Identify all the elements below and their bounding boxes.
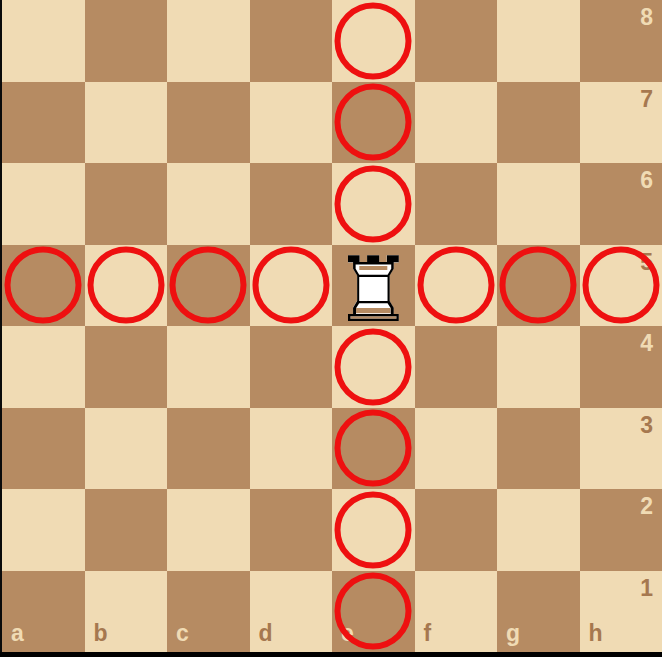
file-label-a: a	[11, 622, 24, 645]
square-a8[interactable]	[2, 0, 85, 82]
file-label-d: d	[259, 622, 273, 645]
square-h5[interactable]: 5	[580, 245, 662, 327]
square-d5[interactable]	[250, 245, 333, 327]
square-h7[interactable]: 7	[580, 82, 662, 164]
square-a3[interactable]	[2, 408, 85, 490]
square-f6[interactable]	[415, 163, 498, 245]
rank-label-4: 4	[640, 332, 653, 355]
square-g5[interactable]	[497, 245, 580, 327]
square-g4[interactable]	[497, 326, 580, 408]
square-e5[interactable]: ♜♖	[332, 245, 415, 327]
square-c5[interactable]	[167, 245, 250, 327]
square-d3[interactable]	[250, 408, 333, 490]
white-rook-piece[interactable]: ♜♖	[332, 245, 415, 327]
move-highlight-circle-e8	[335, 2, 412, 79]
square-b6[interactable]	[85, 163, 168, 245]
square-g1[interactable]: g	[497, 571, 580, 653]
square-h6[interactable]: 6	[580, 163, 662, 245]
square-f1[interactable]: f	[415, 571, 498, 653]
square-d7[interactable]	[250, 82, 333, 164]
square-f8[interactable]	[415, 0, 498, 82]
file-label-f: f	[424, 622, 432, 645]
move-highlight-circle-b5	[87, 247, 164, 324]
square-d1[interactable]: d	[250, 571, 333, 653]
square-c7[interactable]	[167, 82, 250, 164]
move-highlight-circle-e6	[335, 165, 412, 242]
square-e3[interactable]	[332, 408, 415, 490]
square-a1[interactable]: a	[2, 571, 85, 653]
square-f7[interactable]	[415, 82, 498, 164]
square-a2[interactable]	[2, 489, 85, 571]
square-b3[interactable]	[85, 408, 168, 490]
square-c6[interactable]	[167, 163, 250, 245]
square-g7[interactable]	[497, 82, 580, 164]
square-d4[interactable]	[250, 326, 333, 408]
rank-label-3: 3	[640, 414, 653, 437]
square-e7[interactable]	[332, 82, 415, 164]
square-b2[interactable]	[85, 489, 168, 571]
square-f3[interactable]	[415, 408, 498, 490]
move-highlight-circle-c5	[170, 247, 247, 324]
move-highlight-circle-h5	[582, 247, 659, 324]
rank-label-2: 2	[640, 495, 653, 518]
file-label-c: c	[176, 622, 189, 645]
square-a6[interactable]	[2, 163, 85, 245]
square-g3[interactable]	[497, 408, 580, 490]
rank-label-6: 6	[640, 169, 653, 192]
square-d8[interactable]	[250, 0, 333, 82]
move-highlight-circle-e1	[335, 573, 412, 650]
move-highlight-circle-e7	[335, 84, 412, 161]
square-d2[interactable]	[250, 489, 333, 571]
chess-board: 876♜♖5432abcdefgh1	[2, 0, 662, 652]
rank-label-7: 7	[640, 88, 653, 111]
square-f4[interactable]	[415, 326, 498, 408]
square-c2[interactable]	[167, 489, 250, 571]
rank-label-1: 1	[640, 577, 653, 600]
square-c8[interactable]	[167, 0, 250, 82]
square-f2[interactable]	[415, 489, 498, 571]
square-h2[interactable]: 2	[580, 489, 662, 571]
move-highlight-circle-g5	[500, 247, 577, 324]
square-h3[interactable]: 3	[580, 408, 662, 490]
square-b5[interactable]	[85, 245, 168, 327]
file-label-g: g	[506, 622, 520, 645]
square-e6[interactable]	[332, 163, 415, 245]
rank-label-8: 8	[640, 6, 653, 29]
square-c3[interactable]	[167, 408, 250, 490]
move-highlight-circle-e2	[335, 491, 412, 568]
move-highlight-circle-a5	[5, 247, 82, 324]
white-rook-glyph-outline: ♖	[333, 245, 414, 335]
square-b1[interactable]: b	[85, 571, 168, 653]
square-e2[interactable]	[332, 489, 415, 571]
square-d6[interactable]	[250, 163, 333, 245]
square-b4[interactable]	[85, 326, 168, 408]
bottom-edge	[0, 652, 662, 657]
square-c1[interactable]: c	[167, 571, 250, 653]
square-g2[interactable]	[497, 489, 580, 571]
square-g8[interactable]	[497, 0, 580, 82]
move-highlight-circle-e3	[335, 410, 412, 487]
square-b8[interactable]	[85, 0, 168, 82]
file-label-b: b	[94, 622, 108, 645]
square-b7[interactable]	[85, 82, 168, 164]
square-a4[interactable]	[2, 326, 85, 408]
move-highlight-circle-d5	[252, 247, 329, 324]
square-f5[interactable]	[415, 245, 498, 327]
file-label-h: h	[589, 622, 603, 645]
square-g6[interactable]	[497, 163, 580, 245]
square-e1[interactable]: e	[332, 571, 415, 653]
square-a7[interactable]	[2, 82, 85, 164]
move-highlight-circle-f5	[417, 247, 494, 324]
square-h8[interactable]: 8	[580, 0, 662, 82]
square-h1[interactable]: h1	[580, 571, 662, 653]
square-e8[interactable]	[332, 0, 415, 82]
square-a5[interactable]	[2, 245, 85, 327]
square-c4[interactable]	[167, 326, 250, 408]
square-h4[interactable]: 4	[580, 326, 662, 408]
